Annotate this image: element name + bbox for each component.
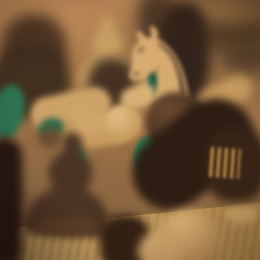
- blurred-board-square-light: [202, 0, 260, 22]
- blurred-board-square-dark-2: [222, 44, 260, 72]
- dark-pawn-head-highlight: [38, 128, 64, 148]
- light-piece-base-bottom-right: [226, 204, 258, 224]
- bokeh-highlight-stripes: [209, 147, 241, 179]
- dark-piece-left-edge: [0, 138, 22, 260]
- dark-pawn-base-highlight: [34, 218, 98, 236]
- chess-pieces-photo: Close-up photograph of wooden chess piec…: [0, 0, 260, 260]
